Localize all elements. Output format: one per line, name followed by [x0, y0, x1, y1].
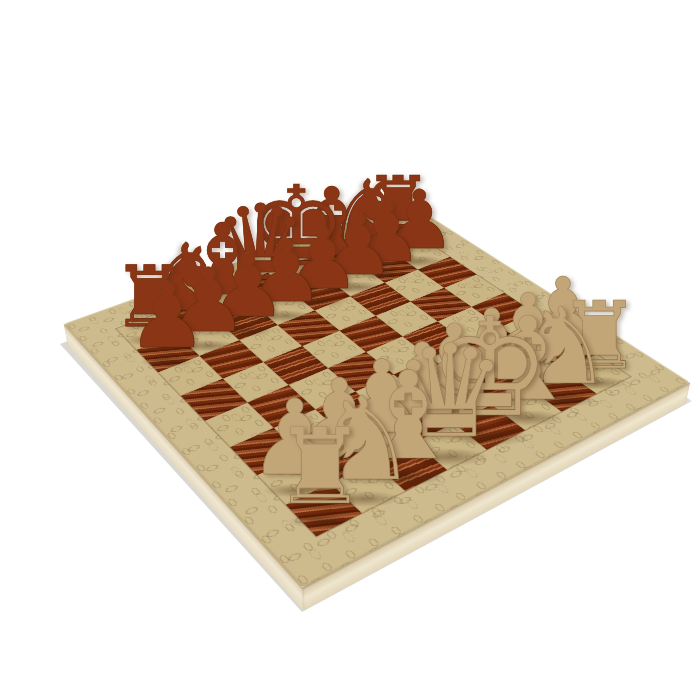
piece-white-rook-a1[interactable]: ♜ — [273, 416, 367, 521]
pieces-layer: ♜♞♝♛♚♝♞♜♟♟♟♟♟♟♟♟♟♟♟♟♟♟♟♟♜♞♝♛♚♝♞♜ — [0, 0, 700, 700]
piece-black-pawn-a7[interactable]: ♟ — [127, 272, 207, 361]
product-photo-stage: ♜♞♝♛♚♝♞♜♟♟♟♟♟♟♟♟♟♟♟♟♟♟♟♟♜♞♝♛♚♝♞♜ — [0, 0, 700, 700]
